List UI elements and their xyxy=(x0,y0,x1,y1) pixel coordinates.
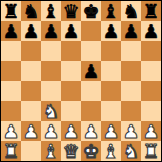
square-a7[interactable]: ♟ xyxy=(1,21,21,41)
square-b8[interactable]: ♞ xyxy=(21,1,41,21)
white-pawn[interactable]: ♟ xyxy=(82,121,99,141)
square-b6[interactable] xyxy=(21,41,41,61)
black-pawn[interactable]: ♟ xyxy=(122,21,139,41)
black-pawn[interactable]: ♟ xyxy=(62,21,79,41)
white-knight[interactable]: ♞ xyxy=(122,141,139,161)
square-e6[interactable] xyxy=(81,41,101,61)
square-f6[interactable] xyxy=(101,41,121,61)
square-c4[interactable] xyxy=(41,81,61,101)
black-bishop[interactable]: ♝ xyxy=(42,1,59,21)
square-f4[interactable] xyxy=(101,81,121,101)
chess-board: ♜♞♝♛♚♝♞♜♟♟♟♟♟♟♟♟♞♟♟♟♟♟♟♟♟♜♝♛♚♝♞♜ xyxy=(0,0,162,162)
square-b3[interactable] xyxy=(21,101,41,121)
square-a5[interactable] xyxy=(1,61,21,81)
square-d1[interactable]: ♛ xyxy=(61,141,81,161)
square-h4[interactable] xyxy=(141,81,161,101)
white-rook[interactable]: ♜ xyxy=(142,141,159,161)
square-d6[interactable] xyxy=(61,41,81,61)
square-h7[interactable]: ♟ xyxy=(141,21,161,41)
square-h3[interactable] xyxy=(141,101,161,121)
white-bishop[interactable]: ♝ xyxy=(42,141,59,161)
square-g7[interactable]: ♟ xyxy=(121,21,141,41)
square-b4[interactable] xyxy=(21,81,41,101)
square-h8[interactable]: ♜ xyxy=(141,1,161,21)
square-d5[interactable] xyxy=(61,61,81,81)
black-rook[interactable]: ♜ xyxy=(142,1,159,21)
square-f2[interactable]: ♟ xyxy=(101,121,121,141)
square-f8[interactable]: ♝ xyxy=(101,1,121,21)
square-e2[interactable]: ♟ xyxy=(81,121,101,141)
square-a2[interactable]: ♟ xyxy=(1,121,21,141)
square-c7[interactable]: ♟ xyxy=(41,21,61,41)
white-pawn[interactable]: ♟ xyxy=(2,121,19,141)
square-g4[interactable] xyxy=(121,81,141,101)
square-c2[interactable]: ♟ xyxy=(41,121,61,141)
square-d8[interactable]: ♛ xyxy=(61,1,81,21)
square-c8[interactable]: ♝ xyxy=(41,1,61,21)
square-e8[interactable]: ♚ xyxy=(81,1,101,21)
square-f5[interactable] xyxy=(101,61,121,81)
white-king[interactable]: ♚ xyxy=(82,141,99,161)
square-g3[interactable] xyxy=(121,101,141,121)
black-rook[interactable]: ♜ xyxy=(2,1,19,21)
square-h2[interactable]: ♟ xyxy=(141,121,161,141)
square-f1[interactable]: ♝ xyxy=(101,141,121,161)
square-e3[interactable] xyxy=(81,101,101,121)
white-knight[interactable]: ♞ xyxy=(42,101,59,121)
square-h6[interactable] xyxy=(141,41,161,61)
square-g6[interactable] xyxy=(121,41,141,61)
square-e1[interactable]: ♚ xyxy=(81,141,101,161)
black-knight[interactable]: ♞ xyxy=(122,1,139,21)
square-g5[interactable] xyxy=(121,61,141,81)
square-d2[interactable]: ♟ xyxy=(61,121,81,141)
square-h1[interactable]: ♜ xyxy=(141,141,161,161)
square-b7[interactable]: ♟ xyxy=(21,21,41,41)
square-a8[interactable]: ♜ xyxy=(1,1,21,21)
white-rook[interactable]: ♜ xyxy=(2,141,19,161)
square-b1[interactable] xyxy=(21,141,41,161)
square-a3[interactable] xyxy=(1,101,21,121)
square-g2[interactable]: ♟ xyxy=(121,121,141,141)
square-c5[interactable] xyxy=(41,61,61,81)
square-d7[interactable]: ♟ xyxy=(61,21,81,41)
black-knight[interactable]: ♞ xyxy=(22,1,39,21)
white-pawn[interactable]: ♟ xyxy=(42,121,59,141)
square-a6[interactable] xyxy=(1,41,21,61)
square-b5[interactable] xyxy=(21,61,41,81)
black-pawn[interactable]: ♟ xyxy=(82,61,99,81)
square-e7[interactable] xyxy=(81,21,101,41)
square-g8[interactable]: ♞ xyxy=(121,1,141,21)
square-g1[interactable]: ♞ xyxy=(121,141,141,161)
black-king[interactable]: ♚ xyxy=(82,1,99,21)
white-bishop[interactable]: ♝ xyxy=(102,141,119,161)
black-pawn[interactable]: ♟ xyxy=(42,21,59,41)
white-pawn[interactable]: ♟ xyxy=(102,121,119,141)
square-a4[interactable] xyxy=(1,81,21,101)
black-bishop[interactable]: ♝ xyxy=(102,1,119,21)
black-pawn[interactable]: ♟ xyxy=(102,21,119,41)
square-h5[interactable] xyxy=(141,61,161,81)
square-c6[interactable] xyxy=(41,41,61,61)
square-e4[interactable] xyxy=(81,81,101,101)
black-pawn[interactable]: ♟ xyxy=(142,21,159,41)
square-b2[interactable]: ♟ xyxy=(21,121,41,141)
square-d3[interactable] xyxy=(61,101,81,121)
square-c3[interactable]: ♞ xyxy=(41,101,61,121)
square-d4[interactable] xyxy=(61,81,81,101)
square-c1[interactable]: ♝ xyxy=(41,141,61,161)
white-queen[interactable]: ♛ xyxy=(62,141,79,161)
black-pawn[interactable]: ♟ xyxy=(22,21,39,41)
white-pawn[interactable]: ♟ xyxy=(22,121,39,141)
white-pawn[interactable]: ♟ xyxy=(122,121,139,141)
white-pawn[interactable]: ♟ xyxy=(62,121,79,141)
square-e5[interactable]: ♟ xyxy=(81,61,101,81)
black-queen[interactable]: ♛ xyxy=(62,1,79,21)
white-pawn[interactable]: ♟ xyxy=(142,121,159,141)
black-pawn[interactable]: ♟ xyxy=(2,21,19,41)
square-f3[interactable] xyxy=(101,101,121,121)
square-f7[interactable]: ♟ xyxy=(101,21,121,41)
square-a1[interactable]: ♜ xyxy=(1,141,21,161)
